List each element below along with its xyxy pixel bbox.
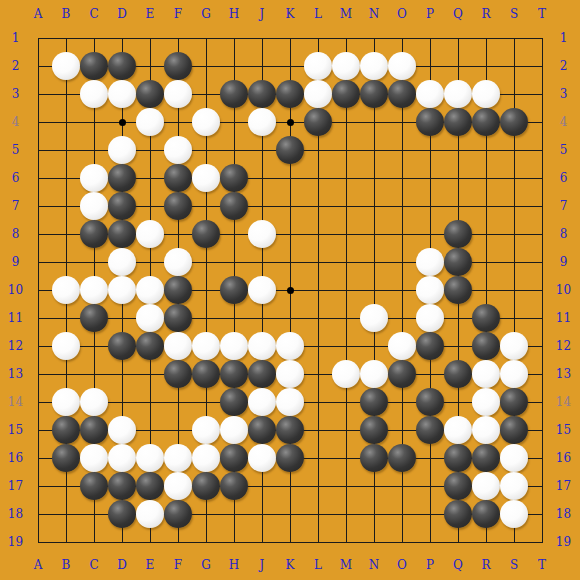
stone-white-N11 [360,304,388,332]
stone-black-Q18 [444,500,472,528]
column-label-col-top-F: F [164,5,192,23]
stone-white-J12 [248,332,276,360]
stone-black-B15 [52,416,80,444]
stone-white-Q3 [444,80,472,108]
stone-black-R11 [472,304,500,332]
stone-black-E12 [136,332,164,360]
stone-white-S12 [500,332,528,360]
stone-black-D2 [108,52,136,80]
column-label-col-bottom-D: D [108,556,136,574]
stone-white-B10 [52,276,80,304]
column-label-col-top-P: P [416,5,444,23]
stone-black-P15 [416,416,444,444]
stone-white-R14 [472,388,500,416]
stone-white-R3 [472,80,500,108]
stone-black-G8 [192,220,220,248]
column-label-col-top-A: A [24,5,52,23]
stone-white-L3 [304,80,332,108]
stone-black-H6 [220,164,248,192]
stone-white-J10 [248,276,276,304]
column-label-col-top-C: C [80,5,108,23]
stone-white-D15 [108,416,136,444]
stone-black-Q16 [444,444,472,472]
stone-white-S17 [500,472,528,500]
stone-white-C16 [80,444,108,472]
stone-white-C10 [80,276,108,304]
stone-black-C11 [80,304,108,332]
column-label-col-bottom-N: N [360,556,388,574]
stone-white-B12 [52,332,80,360]
stone-black-Q4 [444,108,472,136]
stone-black-N3 [360,80,388,108]
stone-white-C3 [80,80,108,108]
stone-black-D12 [108,332,136,360]
stone-black-J3 [248,80,276,108]
stone-black-O13 [388,360,416,388]
stone-black-Q17 [444,472,472,500]
stone-black-F10 [164,276,192,304]
stone-white-F12 [164,332,192,360]
stone-black-J13 [248,360,276,388]
column-label-col-bottom-R: R [472,556,500,574]
column-label-col-bottom-F: F [164,556,192,574]
stone-black-D6 [108,164,136,192]
column-label-col-bottom-C: C [80,556,108,574]
stone-black-N15 [360,416,388,444]
stone-white-K13 [276,360,304,388]
stone-white-D3 [108,80,136,108]
stone-black-J15 [248,416,276,444]
stone-black-K5 [276,136,304,164]
column-label-col-bottom-E: E [136,556,164,574]
column-label-col-top-R: R [472,5,500,23]
stone-white-H15 [220,416,248,444]
stone-black-B16 [52,444,80,472]
stone-black-Q9 [444,248,472,276]
star-point-K10 [287,287,294,294]
stone-white-B14 [52,388,80,416]
stone-white-P10 [416,276,444,304]
stone-black-S15 [500,416,528,444]
stone-black-Q13 [444,360,472,388]
stone-black-C2 [80,52,108,80]
column-label-col-top-L: L [304,5,332,23]
column-label-col-bottom-M: M [332,556,360,574]
stone-white-G4 [192,108,220,136]
stone-white-R15 [472,416,500,444]
stone-black-P4 [416,108,444,136]
stone-white-M2 [332,52,360,80]
stone-white-C14 [80,388,108,416]
stone-white-E4 [136,108,164,136]
column-label-col-bottom-T: T [528,556,556,574]
stone-black-F7 [164,192,192,220]
stone-white-H12 [220,332,248,360]
column-label-col-top-E: E [136,5,164,23]
stone-black-H16 [220,444,248,472]
column-label-col-bottom-G: G [192,556,220,574]
stone-black-D17 [108,472,136,500]
column-label-col-bottom-Q: Q [444,556,472,574]
stone-black-F11 [164,304,192,332]
column-label-col-top-T: T [528,5,556,23]
stone-white-J14 [248,388,276,416]
stone-black-F13 [164,360,192,388]
stone-white-C7 [80,192,108,220]
stone-black-R12 [472,332,500,360]
stone-black-N16 [360,444,388,472]
column-label-col-bottom-B: B [52,556,80,574]
column-label-col-top-B: B [52,5,80,23]
stone-black-E17 [136,472,164,500]
stone-black-F6 [164,164,192,192]
stone-black-C15 [80,416,108,444]
stone-black-P12 [416,332,444,360]
stone-white-E10 [136,276,164,304]
go-board-grid[interactable] [24,24,556,556]
column-label-col-top-O: O [388,5,416,23]
stone-white-B2 [52,52,80,80]
column-label-col-bottom-H: H [220,556,248,574]
stone-white-F16 [164,444,192,472]
stone-black-R18 [472,500,500,528]
stone-black-K3 [276,80,304,108]
stone-white-E11 [136,304,164,332]
stone-white-S18 [500,500,528,528]
stone-white-D9 [108,248,136,276]
column-label-col-bottom-K: K [276,556,304,574]
column-label-col-top-H: H [220,5,248,23]
stone-black-Q10 [444,276,472,304]
column-label-col-bottom-L: L [304,556,332,574]
stone-white-G16 [192,444,220,472]
stone-white-S16 [500,444,528,472]
stone-white-O2 [388,52,416,80]
stone-black-D7 [108,192,136,220]
stone-white-P3 [416,80,444,108]
stone-black-N14 [360,388,388,416]
stone-black-H3 [220,80,248,108]
stone-black-Q8 [444,220,472,248]
stone-white-G12 [192,332,220,360]
stone-white-N13 [360,360,388,388]
stone-white-D10 [108,276,136,304]
stone-white-S13 [500,360,528,388]
stone-white-F17 [164,472,192,500]
stone-black-H7 [220,192,248,220]
column-labels-bottom: ABCDEFGHJKLMNOPQRST [24,556,556,574]
stone-black-D8 [108,220,136,248]
stone-white-R13 [472,360,500,388]
column-label-col-top-K: K [276,5,304,23]
stone-white-K14 [276,388,304,416]
stone-white-P9 [416,248,444,276]
stone-black-M3 [332,80,360,108]
stone-black-H13 [220,360,248,388]
column-label-col-top-N: N [360,5,388,23]
stone-white-F9 [164,248,192,276]
stone-white-O12 [388,332,416,360]
stone-black-O16 [388,444,416,472]
stone-white-E16 [136,444,164,472]
column-label-col-bottom-S: S [500,556,528,574]
stone-black-O3 [388,80,416,108]
stone-black-S14 [500,388,528,416]
stone-black-G17 [192,472,220,500]
star-point-K4 [287,119,294,126]
stone-white-F3 [164,80,192,108]
stone-black-H14 [220,388,248,416]
stone-white-R17 [472,472,500,500]
stone-black-G13 [192,360,220,388]
star-point-D4 [119,119,126,126]
column-label-col-bottom-O: O [388,556,416,574]
stone-white-J4 [248,108,276,136]
stone-white-P11 [416,304,444,332]
stone-white-G6 [192,164,220,192]
stone-black-C8 [80,220,108,248]
stone-black-D18 [108,500,136,528]
column-label-col-top-Q: Q [444,5,472,23]
stone-white-F5 [164,136,192,164]
stone-black-P14 [416,388,444,416]
stone-white-D16 [108,444,136,472]
go-board-screenshot: ABCDEFGHJKLMNOPQRST ABCDEFGHJKLMNOPQRST … [0,0,580,580]
stone-white-J16 [248,444,276,472]
stone-white-G15 [192,416,220,444]
stone-white-E8 [136,220,164,248]
stone-white-L2 [304,52,332,80]
stone-white-N2 [360,52,388,80]
stone-white-E18 [136,500,164,528]
column-labels-top: ABCDEFGHJKLMNOPQRST [24,5,556,23]
stone-white-J8 [248,220,276,248]
stone-black-K15 [276,416,304,444]
stone-black-H17 [220,472,248,500]
column-label-col-top-D: D [108,5,136,23]
stone-black-R16 [472,444,500,472]
stone-white-C6 [80,164,108,192]
stone-black-K16 [276,444,304,472]
stone-black-R4 [472,108,500,136]
stone-black-F2 [164,52,192,80]
stone-black-H10 [220,276,248,304]
column-label-col-bottom-A: A [24,556,52,574]
column-label-col-top-S: S [500,5,528,23]
column-label-col-top-J: J [248,5,276,23]
stone-white-Q15 [444,416,472,444]
stone-black-S4 [500,108,528,136]
column-label-col-bottom-P: P [416,556,444,574]
stone-white-K12 [276,332,304,360]
column-label-col-bottom-J: J [248,556,276,574]
stone-black-F18 [164,500,192,528]
stone-white-D5 [108,136,136,164]
column-label-col-top-G: G [192,5,220,23]
column-label-col-top-M: M [332,5,360,23]
stone-black-C17 [80,472,108,500]
stone-black-L4 [304,108,332,136]
stone-black-E3 [136,80,164,108]
stone-white-M13 [332,360,360,388]
